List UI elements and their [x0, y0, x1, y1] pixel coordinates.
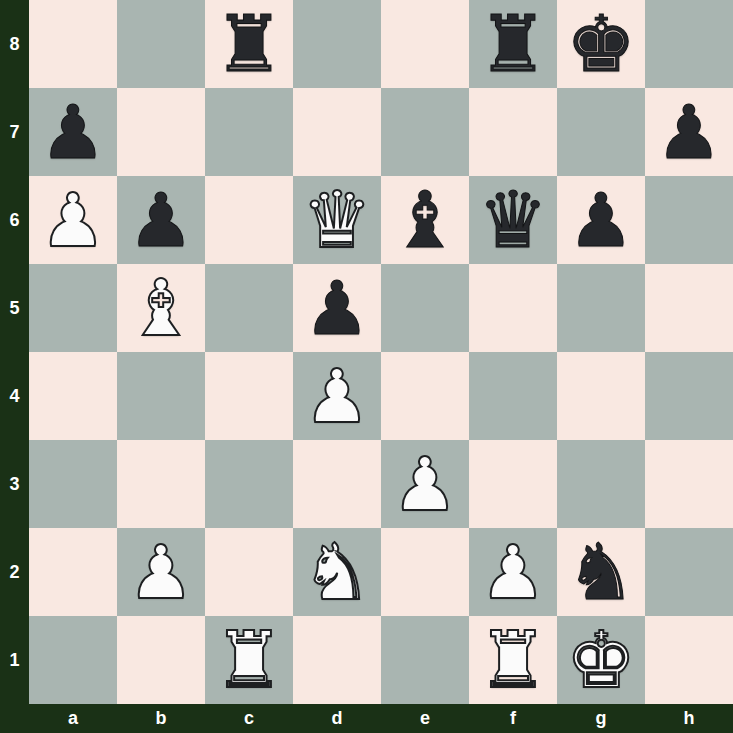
square-d2[interactable]: ♞: [293, 528, 381, 616]
square-d8[interactable]: [293, 0, 381, 88]
square-d3[interactable]: [293, 440, 381, 528]
square-c2[interactable]: [205, 528, 293, 616]
file-label-h: h: [645, 704, 733, 733]
square-g3[interactable]: [557, 440, 645, 528]
black-king-g8[interactable]: ♚: [566, 0, 636, 88]
square-b6[interactable]: ♟: [117, 176, 205, 264]
black-rook-f8[interactable]: ♜: [478, 0, 548, 88]
square-d5[interactable]: ♟: [293, 264, 381, 352]
square-e3[interactable]: ♟: [381, 440, 469, 528]
square-b1[interactable]: [117, 616, 205, 704]
rank-label-4: 4: [0, 352, 29, 440]
white-pawn-e3[interactable]: ♟: [392, 440, 458, 528]
square-h2[interactable]: [645, 528, 733, 616]
rank-label-3: 3: [0, 440, 29, 528]
square-f4[interactable]: [469, 352, 557, 440]
square-b4[interactable]: [117, 352, 205, 440]
square-d7[interactable]: [293, 88, 381, 176]
square-a7[interactable]: ♟: [29, 88, 117, 176]
square-e4[interactable]: [381, 352, 469, 440]
square-c4[interactable]: [205, 352, 293, 440]
square-e6[interactable]: ♝: [381, 176, 469, 264]
square-f5[interactable]: [469, 264, 557, 352]
file-label-d: d: [293, 704, 381, 733]
black-queen-f6[interactable]: ♛: [478, 176, 548, 264]
square-d1[interactable]: [293, 616, 381, 704]
square-c5[interactable]: [205, 264, 293, 352]
square-h5[interactable]: [645, 264, 733, 352]
square-c3[interactable]: [205, 440, 293, 528]
square-g4[interactable]: [557, 352, 645, 440]
black-knight-g2[interactable]: ♞: [566, 528, 636, 616]
rank-label-2: 2: [0, 528, 29, 616]
square-a3[interactable]: [29, 440, 117, 528]
chess-board-frame: 8♜♜♚7♟♟6♟♟♛♝♛♟5♝♟4♟3♟2♟♞♟♞1♜♜♚abcdefgh: [0, 0, 733, 733]
square-c6[interactable]: [205, 176, 293, 264]
square-c7[interactable]: [205, 88, 293, 176]
square-e8[interactable]: [381, 0, 469, 88]
white-queen-d6[interactable]: ♛: [302, 176, 372, 264]
square-e2[interactable]: [381, 528, 469, 616]
square-f8[interactable]: ♜: [469, 0, 557, 88]
white-knight-d2[interactable]: ♞: [302, 528, 372, 616]
square-b2[interactable]: ♟: [117, 528, 205, 616]
square-a4[interactable]: [29, 352, 117, 440]
square-g6[interactable]: ♟: [557, 176, 645, 264]
black-pawn-g6[interactable]: ♟: [568, 176, 634, 264]
square-g1[interactable]: ♚: [557, 616, 645, 704]
white-pawn-a6[interactable]: ♟: [40, 176, 106, 264]
square-a1[interactable]: [29, 616, 117, 704]
file-label-b: b: [117, 704, 205, 733]
square-e7[interactable]: [381, 88, 469, 176]
square-a8[interactable]: [29, 0, 117, 88]
square-g7[interactable]: [557, 88, 645, 176]
rank-label-7: 7: [0, 88, 29, 176]
black-rook-c8[interactable]: ♜: [214, 0, 284, 88]
white-rook-c1[interactable]: ♜: [214, 616, 284, 704]
square-h7[interactable]: ♟: [645, 88, 733, 176]
white-pawn-b2[interactable]: ♟: [128, 528, 194, 616]
square-h3[interactable]: [645, 440, 733, 528]
square-f2[interactable]: ♟: [469, 528, 557, 616]
square-f3[interactable]: [469, 440, 557, 528]
square-f1[interactable]: ♜: [469, 616, 557, 704]
square-h6[interactable]: [645, 176, 733, 264]
square-d4[interactable]: ♟: [293, 352, 381, 440]
white-bishop-b5[interactable]: ♝: [126, 264, 196, 352]
square-b7[interactable]: [117, 88, 205, 176]
square-a5[interactable]: [29, 264, 117, 352]
file-label-a: a: [29, 704, 117, 733]
corner-spacer: [0, 704, 29, 733]
square-b5[interactable]: ♝: [117, 264, 205, 352]
rank-label-8: 8: [0, 0, 29, 88]
square-h4[interactable]: [645, 352, 733, 440]
chess-board: 8♜♜♚7♟♟6♟♟♛♝♛♟5♝♟4♟3♟2♟♞♟♞1♜♜♚abcdefgh: [0, 0, 733, 733]
square-e1[interactable]: [381, 616, 469, 704]
black-pawn-d5[interactable]: ♟: [304, 264, 370, 352]
square-b8[interactable]: [117, 0, 205, 88]
white-king-g1[interactable]: ♚: [566, 616, 636, 704]
file-label-e: e: [381, 704, 469, 733]
square-g8[interactable]: ♚: [557, 0, 645, 88]
square-h1[interactable]: [645, 616, 733, 704]
black-pawn-b6[interactable]: ♟: [128, 176, 194, 264]
square-b3[interactable]: [117, 440, 205, 528]
square-c1[interactable]: ♜: [205, 616, 293, 704]
rank-label-5: 5: [0, 264, 29, 352]
square-e5[interactable]: [381, 264, 469, 352]
square-f7[interactable]: [469, 88, 557, 176]
square-a6[interactable]: ♟: [29, 176, 117, 264]
square-g2[interactable]: ♞: [557, 528, 645, 616]
black-pawn-h7[interactable]: ♟: [656, 88, 722, 176]
square-d6[interactable]: ♛: [293, 176, 381, 264]
black-bishop-e6[interactable]: ♝: [390, 176, 460, 264]
white-pawn-d4[interactable]: ♟: [304, 352, 370, 440]
file-label-c: c: [205, 704, 293, 733]
square-f6[interactable]: ♛: [469, 176, 557, 264]
file-label-f: f: [469, 704, 557, 733]
file-label-g: g: [557, 704, 645, 733]
white-pawn-f2[interactable]: ♟: [480, 528, 546, 616]
white-rook-f1[interactable]: ♜: [478, 616, 548, 704]
square-c8[interactable]: ♜: [205, 0, 293, 88]
rank-label-6: 6: [0, 176, 29, 264]
square-a2[interactable]: [29, 528, 117, 616]
square-g5[interactable]: [557, 264, 645, 352]
square-h8[interactable]: [645, 0, 733, 88]
black-pawn-a7[interactable]: ♟: [40, 88, 106, 176]
rank-label-1: 1: [0, 616, 29, 704]
